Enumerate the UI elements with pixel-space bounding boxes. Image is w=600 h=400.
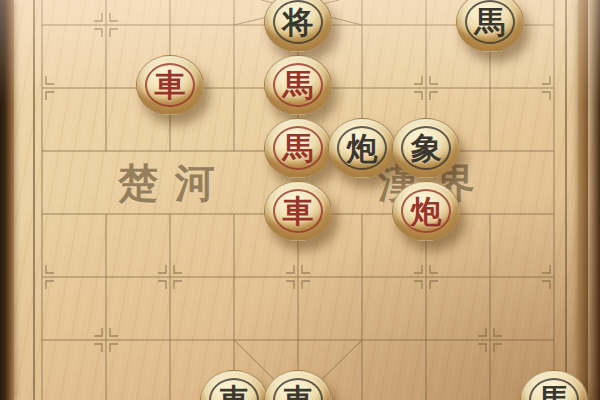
piece-character: 車 xyxy=(219,385,250,400)
black-horse-piece[interactable]: 馬 xyxy=(520,370,588,400)
black-elephant-piece[interactable]: 象 xyxy=(392,118,460,178)
black-chariot-piece[interactable]: 車 xyxy=(200,370,268,400)
pieces-layer: 将馬車馬馬炮象車炮車車馬 xyxy=(0,0,600,400)
red-chariot-piece[interactable]: 車 xyxy=(264,181,332,241)
piece-character: 炮 xyxy=(411,196,442,227)
red-horse-piece[interactable]: 馬 xyxy=(264,118,332,178)
black-general-piece[interactable]: 将 xyxy=(264,0,332,52)
black-horse-piece[interactable]: 馬 xyxy=(456,0,524,52)
piece-character: 車 xyxy=(155,70,186,101)
xiangqi-board: 楚河 漢界 将馬車馬馬炮象車炮車車馬 xyxy=(0,0,600,400)
red-chariot-piece[interactable]: 車 xyxy=(136,55,204,115)
piece-character: 馬 xyxy=(283,70,314,101)
piece-character: 炮 xyxy=(347,133,378,164)
piece-character: 車 xyxy=(283,196,314,227)
red-cannon-piece[interactable]: 炮 xyxy=(392,181,460,241)
black-chariot-piece[interactable]: 車 xyxy=(264,370,332,400)
red-horse-piece[interactable]: 馬 xyxy=(264,55,332,115)
piece-character: 将 xyxy=(283,7,314,38)
piece-character: 馬 xyxy=(539,385,570,400)
piece-character: 馬 xyxy=(475,7,506,38)
piece-character: 象 xyxy=(411,133,442,164)
black-cannon-piece[interactable]: 炮 xyxy=(328,118,396,178)
piece-character: 車 xyxy=(283,385,314,400)
piece-character: 馬 xyxy=(283,133,314,164)
